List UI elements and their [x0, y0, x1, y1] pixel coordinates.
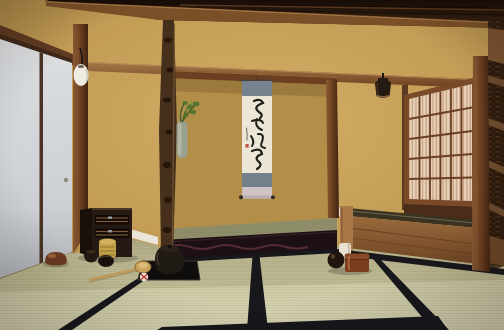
- vignette: [0, 0, 504, 330]
- tea-room-photo: [0, 0, 504, 330]
- tea-room-scene: [0, 0, 504, 330]
